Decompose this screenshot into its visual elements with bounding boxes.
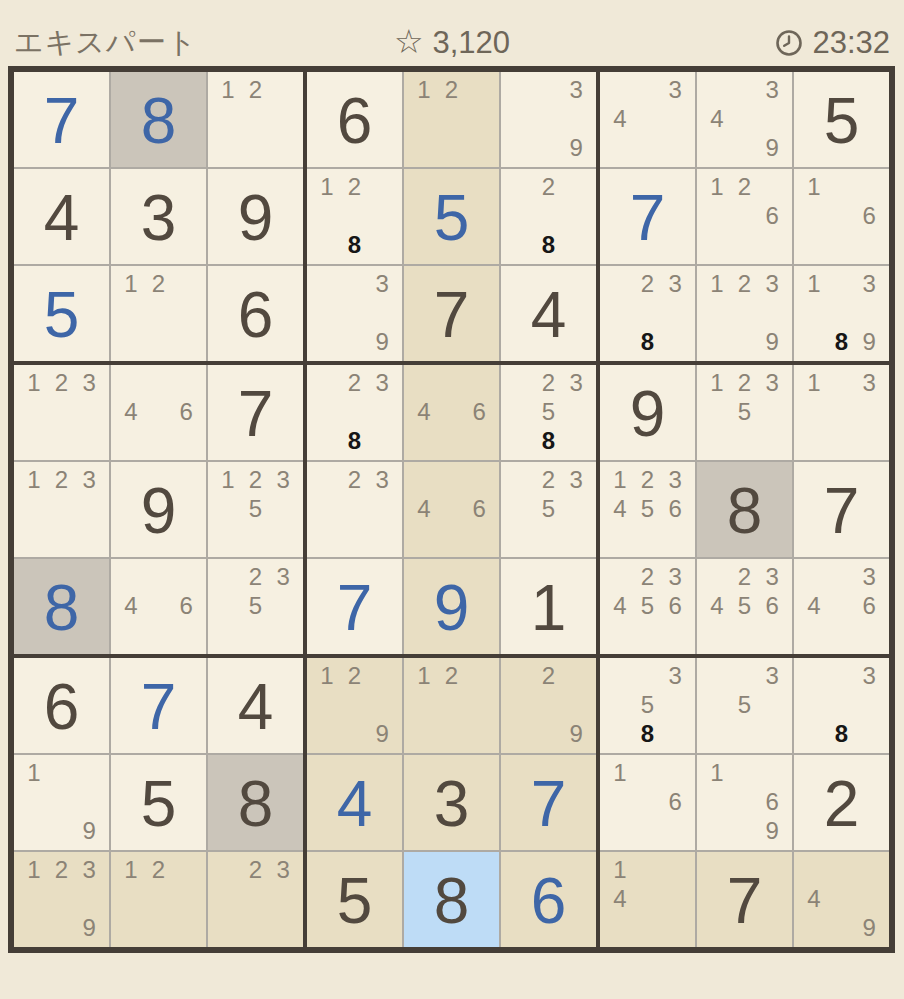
cell-r2c9[interactable]: 16 (794, 169, 889, 264)
pencil-mark-1: 1 (606, 855, 634, 884)
pencil-marks: 23456 (606, 562, 689, 649)
cell-r8c7[interactable]: 16 (600, 755, 695, 850)
given-digit: 9 (141, 479, 177, 543)
pencil-mark-2: 2 (535, 368, 563, 397)
pencil-mark-8: 8 (828, 327, 856, 356)
pencil-marks: 46 (117, 368, 200, 455)
given-digit: 2 (824, 772, 860, 836)
pencil-mark-2: 2 (731, 562, 759, 591)
user-digit: 5 (44, 283, 80, 347)
cell-r1c7[interactable]: 34 (600, 72, 695, 167)
box-7: 674195812391223 (14, 658, 303, 947)
user-digit: 7 (630, 186, 666, 250)
pencil-mark-8: 8 (828, 719, 856, 748)
cell-r7c5[interactable]: 12 (404, 658, 499, 753)
user-digit: 9 (434, 576, 470, 640)
cell-r3c4[interactable]: 39 (307, 266, 402, 361)
given-digit: 6 (44, 675, 80, 739)
pencil-marks: 12 (214, 75, 297, 162)
pencil-marks: 126 (703, 172, 786, 259)
pencil-mark-1: 1 (20, 368, 48, 397)
pencil-mark-6: 6 (172, 591, 200, 620)
pencil-mark-6: 6 (465, 494, 493, 523)
pencil-mark-4: 4 (703, 591, 731, 620)
pencil-mark-2: 2 (535, 172, 563, 201)
pencil-mark-3: 3 (75, 465, 103, 494)
pencil-mark-3: 3 (661, 465, 689, 494)
pencil-mark-3: 3 (562, 465, 590, 494)
pencil-mark-3: 3 (758, 562, 786, 591)
pencil-mark-2: 2 (242, 75, 270, 104)
pencil-mark-9: 9 (368, 719, 396, 748)
pencil-marks: 19 (20, 758, 103, 845)
pencil-mark-4: 4 (117, 397, 145, 426)
pencil-mark-1: 1 (214, 465, 242, 494)
pencil-mark-1: 1 (703, 368, 731, 397)
cell-r2c1[interactable]: 4 (14, 169, 109, 264)
cell-r2c7[interactable]: 7 (600, 169, 695, 264)
pencil-mark-2: 2 (438, 661, 466, 690)
pencil-mark-9: 9 (855, 913, 883, 942)
pencil-mark-3: 3 (758, 75, 786, 104)
pencil-mark-2: 2 (731, 368, 759, 397)
pencil-mark-1: 1 (313, 172, 341, 201)
pencil-mark-4: 4 (800, 591, 828, 620)
pencil-marks: 12 (410, 75, 493, 162)
pencil-mark-3: 3 (855, 661, 883, 690)
pencil-marks: 12 (117, 269, 200, 356)
timer-value: 23:32 (812, 25, 890, 61)
cell-r6c5[interactable]: 9 (404, 559, 499, 654)
pencil-mark-9: 9 (758, 816, 786, 845)
cell-r4c6[interactable]: 2358 (501, 365, 596, 460)
pencil-marks: 1235 (703, 368, 786, 455)
clock-icon (775, 29, 803, 57)
cell-r8c1[interactable]: 19 (14, 755, 109, 850)
pencil-mark-6: 6 (758, 201, 786, 230)
pencil-mark-5: 5 (535, 397, 563, 426)
pencil-mark-9: 9 (562, 719, 590, 748)
pencil-mark-6: 6 (465, 397, 493, 426)
user-digit: 4 (337, 772, 373, 836)
pencil-mark-5: 5 (535, 494, 563, 523)
cell-r4c2[interactable]: 46 (111, 365, 206, 460)
cell-r8c9[interactable]: 2 (794, 755, 889, 850)
pencil-marks: 34 (606, 75, 689, 162)
cell-r3c9[interactable]: 1389 (794, 266, 889, 361)
pencil-mark-2: 2 (535, 661, 563, 690)
given-digit: 3 (434, 772, 470, 836)
pencil-mark-8: 8 (535, 426, 563, 455)
box-3: 34349571261623812391389 (600, 72, 889, 361)
pencil-mark-9: 9 (562, 133, 590, 162)
pencil-marks: 29 (507, 661, 590, 748)
pencil-mark-6: 6 (855, 201, 883, 230)
given-digit: 7 (238, 382, 274, 446)
cell-r5c1[interactable]: 123 (14, 462, 109, 557)
cell-r4c3[interactable]: 7 (208, 365, 303, 460)
pencil-marks: 123 (20, 368, 103, 455)
cell-r4c1[interactable]: 123 (14, 365, 109, 460)
pencil-mark-1: 1 (606, 465, 634, 494)
given-digit: 7 (824, 479, 860, 543)
cell-r3c8[interactable]: 1239 (697, 266, 792, 361)
given-digit: 5 (337, 869, 373, 933)
pencil-mark-5: 5 (634, 690, 662, 719)
cell-r9c2[interactable]: 12 (111, 852, 206, 947)
pencil-mark-3: 3 (269, 855, 297, 884)
pencil-mark-9: 9 (75, 816, 103, 845)
pencil-mark-3: 3 (855, 269, 883, 298)
pencil-marks: 16 (800, 172, 883, 259)
pencil-mark-8: 8 (341, 426, 369, 455)
pencil-mark-3: 3 (562, 75, 590, 104)
pencil-marks: 23456 (703, 562, 786, 649)
pencil-mark-3: 3 (661, 269, 689, 298)
cell-r9c5[interactable]: 8 (404, 852, 499, 947)
pencil-mark-3: 3 (661, 75, 689, 104)
cell-r8c3[interactable]: 8 (208, 755, 303, 850)
pencil-marks: 1235 (214, 465, 297, 552)
pencil-mark-3: 3 (758, 269, 786, 298)
cell-r9c9[interactable]: 49 (794, 852, 889, 947)
cell-r2c3[interactable]: 9 (208, 169, 303, 264)
cell-r6c6[interactable]: 1 (501, 559, 596, 654)
pencil-mark-9: 9 (758, 133, 786, 162)
pencil-mark-3: 3 (855, 562, 883, 591)
pencil-mark-6: 6 (855, 591, 883, 620)
pencil-marks: 128 (313, 172, 396, 259)
cell-r3c5[interactable]: 7 (404, 266, 499, 361)
pencil-mark-2: 2 (242, 562, 270, 591)
pencil-marks: 2358 (507, 368, 590, 455)
cell-r4c7[interactable]: 9 (600, 365, 695, 460)
pencil-mark-1: 1 (20, 855, 48, 884)
pencil-mark-2: 2 (341, 172, 369, 201)
pencil-marks: 12 (117, 855, 200, 942)
cell-r8c8[interactable]: 169 (697, 755, 792, 850)
pencil-marks: 1239 (20, 855, 103, 942)
given-digit: 8 (238, 772, 274, 836)
difficulty-label: エキスパート (14, 23, 197, 63)
cell-r4c5[interactable]: 46 (404, 365, 499, 460)
pencil-marks: 49 (800, 855, 883, 942)
cell-r7c9[interactable]: 38 (794, 658, 889, 753)
pencil-marks: 346 (800, 562, 883, 649)
cell-r9c3[interactable]: 23 (208, 852, 303, 947)
star-icon: ☆ (394, 25, 424, 58)
pencil-mark-4: 4 (410, 494, 438, 523)
pencil-mark-3: 3 (758, 368, 786, 397)
pencil-mark-8: 8 (535, 230, 563, 259)
pencil-marks: 13 (800, 368, 883, 455)
cell-r5c7[interactable]: 123456 (600, 462, 695, 557)
box-9: 358353816169214749 (600, 658, 889, 947)
cell-r6c4[interactable]: 7 (307, 559, 402, 654)
given-digit: 3 (141, 186, 177, 250)
pencil-mark-1: 1 (703, 172, 731, 201)
pencil-mark-4: 4 (703, 104, 731, 133)
pencil-mark-9: 9 (75, 913, 103, 942)
pencil-mark-5: 5 (731, 591, 759, 620)
given-digit: 5 (141, 772, 177, 836)
pencil-marks: 129 (313, 661, 396, 748)
pencil-mark-2: 2 (634, 562, 662, 591)
pencil-marks: 1239 (703, 269, 786, 356)
cell-r8c5[interactable]: 3 (404, 755, 499, 850)
pencil-marks: 235 (507, 465, 590, 552)
pencil-mark-2: 2 (731, 172, 759, 201)
pencil-mark-5: 5 (242, 494, 270, 523)
cell-r5c8[interactable]: 8 (697, 462, 792, 557)
cell-r8c2[interactable]: 5 (111, 755, 206, 850)
pencil-mark-3: 3 (368, 368, 396, 397)
pencil-mark-8: 8 (341, 230, 369, 259)
pencil-mark-4: 4 (410, 397, 438, 426)
cell-r3c6[interactable]: 4 (501, 266, 596, 361)
pencil-mark-6: 6 (661, 591, 689, 620)
pencil-marks: 14 (606, 855, 689, 942)
user-digit: 7 (141, 675, 177, 739)
cell-r1c6[interactable]: 39 (501, 72, 596, 167)
pencil-mark-1: 1 (20, 758, 48, 787)
cell-r3c7[interactable]: 238 (600, 266, 695, 361)
pencil-mark-4: 4 (800, 884, 828, 913)
pencil-mark-3: 3 (661, 562, 689, 591)
cell-r7c3[interactable]: 4 (208, 658, 303, 753)
given-digit: 8 (727, 479, 763, 543)
pencil-mark-8: 8 (634, 327, 662, 356)
cell-r5c3[interactable]: 1235 (208, 462, 303, 557)
cell-r4c4[interactable]: 238 (307, 365, 402, 460)
pencil-mark-2: 2 (145, 269, 173, 298)
cell-r1c4[interactable]: 6 (307, 72, 402, 167)
pencil-mark-6: 6 (172, 397, 200, 426)
cell-r6c9[interactable]: 346 (794, 559, 889, 654)
pencil-mark-1: 1 (703, 269, 731, 298)
cell-r2c4[interactable]: 128 (307, 169, 402, 264)
pencil-mark-1: 1 (410, 75, 438, 104)
pencil-mark-1: 1 (800, 368, 828, 397)
cell-r1c9[interactable]: 5 (794, 72, 889, 167)
user-digit: 7 (44, 89, 80, 153)
pencil-mark-5: 5 (731, 397, 759, 426)
cell-r5c2[interactable]: 9 (111, 462, 206, 557)
user-digit: 8 (141, 89, 177, 153)
pencil-mark-2: 2 (535, 465, 563, 494)
cell-r3c2[interactable]: 12 (111, 266, 206, 361)
pencil-mark-3: 3 (368, 465, 396, 494)
user-digit: 5 (434, 186, 470, 250)
cell-r3c1[interactable]: 5 (14, 266, 109, 361)
cell-r5c4[interactable]: 23 (307, 462, 402, 557)
given-digit: 6 (337, 89, 373, 153)
pencil-marks: 46 (410, 368, 493, 455)
cell-r2c2[interactable]: 3 (111, 169, 206, 264)
cell-r9c4[interactable]: 5 (307, 852, 402, 947)
given-digit: 4 (238, 675, 274, 739)
pencil-mark-2: 2 (341, 661, 369, 690)
cell-r9c7[interactable]: 14 (600, 852, 695, 947)
pencil-marks: 238 (313, 368, 396, 455)
pencil-mark-4: 4 (606, 884, 634, 913)
pencil-mark-3: 3 (75, 368, 103, 397)
box-5: 2384623582346235791 (307, 365, 596, 654)
pencil-mark-2: 2 (48, 368, 76, 397)
pencil-mark-5: 5 (242, 591, 270, 620)
top-bar: エキスパート ☆ 3,120 23:32 (0, 0, 904, 66)
cell-r4c8[interactable]: 1235 (697, 365, 792, 460)
box-8: 1291229437586 (307, 658, 596, 947)
given-digit: 9 (238, 186, 274, 250)
pencil-marks: 39 (507, 75, 590, 162)
cell-r2c8[interactable]: 126 (697, 169, 792, 264)
pencil-mark-1: 1 (410, 661, 438, 690)
box-2: 612391285283974 (307, 72, 596, 361)
pencil-mark-1: 1 (117, 855, 145, 884)
cell-r7c7[interactable]: 358 (600, 658, 695, 753)
pencil-marks: 16 (606, 758, 689, 845)
cell-r5c9[interactable]: 7 (794, 462, 889, 557)
pencil-mark-3: 3 (855, 368, 883, 397)
cell-r1c2[interactable]: 8 (111, 72, 206, 167)
user-digit: 7 (531, 772, 567, 836)
user-digit: 7 (337, 576, 373, 640)
cell-r7c2[interactable]: 7 (111, 658, 206, 753)
pencil-marks: 123 (20, 465, 103, 552)
given-digit: 1 (531, 576, 567, 640)
pencil-mark-6: 6 (661, 787, 689, 816)
pencil-mark-3: 3 (562, 368, 590, 397)
pencil-mark-9: 9 (855, 327, 883, 356)
pencil-mark-2: 2 (48, 465, 76, 494)
pencil-mark-9: 9 (758, 327, 786, 356)
user-digit: 8 (44, 576, 80, 640)
pencil-mark-8: 8 (634, 719, 662, 748)
given-digit: 7 (727, 869, 763, 933)
cell-r7c4[interactable]: 129 (307, 658, 402, 753)
pencil-mark-2: 2 (242, 465, 270, 494)
pencil-mark-3: 3 (75, 855, 103, 884)
pencil-mark-1: 1 (313, 661, 341, 690)
pencil-mark-3: 3 (661, 661, 689, 690)
pencil-mark-4: 4 (606, 104, 634, 133)
cell-r2c6[interactable]: 28 (501, 169, 596, 264)
box-6: 9123513123456872345623456346 (600, 365, 889, 654)
cell-r6c8[interactable]: 23456 (697, 559, 792, 654)
cell-r9c1[interactable]: 1239 (14, 852, 109, 947)
pencil-marks: 12 (410, 661, 493, 748)
given-digit: 7 (434, 283, 470, 347)
pencil-mark-2: 2 (634, 465, 662, 494)
cell-r1c5[interactable]: 12 (404, 72, 499, 167)
pencil-mark-2: 2 (341, 368, 369, 397)
cell-r1c8[interactable]: 349 (697, 72, 792, 167)
pencil-marks: 23 (214, 855, 297, 942)
cell-r1c1[interactable]: 7 (14, 72, 109, 167)
cell-r6c3[interactable]: 235 (208, 559, 303, 654)
cell-r5c5[interactable]: 46 (404, 462, 499, 557)
pencil-mark-4: 4 (606, 494, 634, 523)
pencil-mark-1: 1 (117, 269, 145, 298)
pencil-mark-1: 1 (800, 172, 828, 201)
cell-r7c1[interactable]: 6 (14, 658, 109, 753)
pencil-mark-2: 2 (731, 269, 759, 298)
pencil-marks: 238 (606, 269, 689, 356)
pencil-mark-6: 6 (758, 787, 786, 816)
pencil-marks: 123456 (606, 465, 689, 552)
pencil-mark-4: 4 (606, 591, 634, 620)
cell-r6c7[interactable]: 23456 (600, 559, 695, 654)
cell-r9c8[interactable]: 7 (697, 852, 792, 947)
pencil-mark-3: 3 (368, 269, 396, 298)
cell-r4c9[interactable]: 13 (794, 365, 889, 460)
cell-r8c6[interactable]: 7 (501, 755, 596, 850)
pencil-mark-2: 2 (48, 855, 76, 884)
given-digit: 5 (824, 89, 860, 153)
pencil-mark-5: 5 (634, 494, 662, 523)
cell-r5c6[interactable]: 235 (501, 462, 596, 557)
given-digit: 8 (434, 869, 470, 933)
pencil-marks: 349 (703, 75, 786, 162)
pencil-mark-1: 1 (800, 269, 828, 298)
cell-r2c5[interactable]: 5 (404, 169, 499, 264)
given-digit: 6 (238, 283, 274, 347)
given-digit: 4 (44, 186, 80, 250)
pencil-mark-2: 2 (438, 75, 466, 104)
pencil-marks: 1389 (800, 269, 883, 356)
box-1: 78124395126 (14, 72, 303, 361)
pencil-mark-5: 5 (731, 690, 759, 719)
pencil-mark-6: 6 (661, 494, 689, 523)
pencil-mark-6: 6 (758, 591, 786, 620)
pencil-marks: 358 (606, 661, 689, 748)
pencil-marks: 39 (313, 269, 396, 356)
sudoku-board: 7812439512661239128528397434349571261623… (8, 66, 895, 953)
cell-r7c8[interactable]: 35 (697, 658, 792, 753)
cell-r6c2[interactable]: 46 (111, 559, 206, 654)
pencil-mark-2: 2 (341, 465, 369, 494)
pencil-mark-3: 3 (269, 465, 297, 494)
pencil-marks: 28 (507, 172, 590, 259)
pencil-mark-1: 1 (703, 758, 731, 787)
cell-r9c6[interactable]: 6 (501, 852, 596, 947)
pencil-mark-2: 2 (634, 269, 662, 298)
pencil-mark-3: 3 (758, 661, 786, 690)
cell-r8c4[interactable]: 4 (307, 755, 402, 850)
pencil-marks: 46 (117, 562, 200, 649)
pencil-mark-2: 2 (242, 855, 270, 884)
pencil-marks: 46 (410, 465, 493, 552)
pencil-mark-4: 4 (117, 591, 145, 620)
given-digit: 4 (531, 283, 567, 347)
pencil-mark-3: 3 (269, 562, 297, 591)
pencil-marks: 38 (800, 661, 883, 748)
pencil-mark-1: 1 (20, 465, 48, 494)
pencil-marks: 35 (703, 661, 786, 748)
pencil-mark-5: 5 (634, 591, 662, 620)
cell-r6c1[interactable]: 8 (14, 559, 109, 654)
cell-r3c3[interactable]: 6 (208, 266, 303, 361)
cell-r1c3[interactable]: 12 (208, 72, 303, 167)
cell-r7c6[interactable]: 29 (501, 658, 596, 753)
user-digit: 6 (531, 869, 567, 933)
pencil-marks: 235 (214, 562, 297, 649)
pencil-marks: 169 (703, 758, 786, 845)
score-group: ☆ 3,120 (394, 25, 510, 61)
pencil-marks: 23 (313, 465, 396, 552)
box-4: 12346712391235846235 (14, 365, 303, 654)
